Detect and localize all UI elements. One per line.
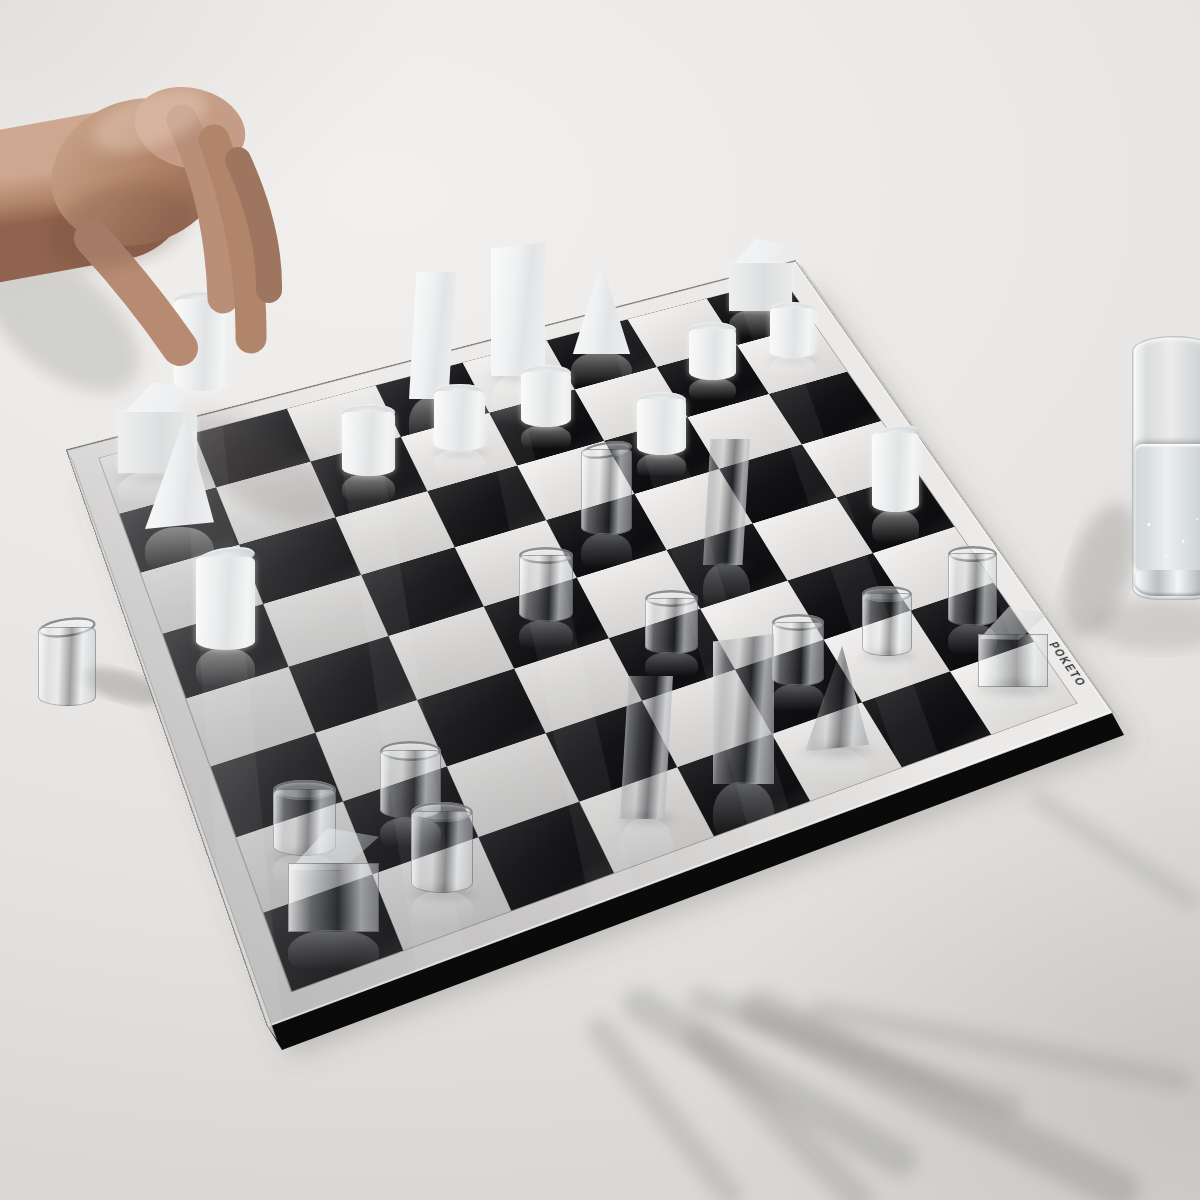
glass-base: [1134, 570, 1200, 596]
piece-white-pawn-c3[interactable]: [637, 392, 686, 455]
water-glass[interactable]: [1132, 336, 1200, 600]
piece-black-knight-c5[interactable]: [703, 439, 750, 565]
piece-body: [689, 329, 736, 380]
piece-black-queen-c8[interactable]: [805, 646, 869, 751]
piece-body: [637, 399, 686, 455]
piece-white-bishop-h4[interactable]: [196, 548, 255, 650]
piece-white-pawn-a2[interactable]: [770, 302, 815, 358]
piece-black-pawn-b7[interactable]: [862, 586, 912, 656]
piece-body: [581, 449, 632, 535]
piece-black-bishop-captured[interactable]: [38, 618, 96, 706]
piece-white-pawn-d2[interactable]: [521, 365, 571, 427]
piece-body: [288, 863, 379, 932]
piece-black-king-d8[interactable]: [713, 634, 774, 784]
piece-body: [872, 433, 919, 512]
piece-white-queen-c1[interactable]: [571, 262, 632, 354]
piece-body: [862, 593, 912, 656]
piece-white-pawn-b2[interactable]: [689, 322, 736, 380]
piece-black-pawn-e5[interactable]: [519, 547, 573, 622]
piece-body: [713, 634, 774, 784]
hand-shape: [0, 75, 269, 348]
piece-black-rook-h8[interactable]: [288, 827, 379, 932]
water: [1135, 444, 1200, 574]
piece-body: [770, 308, 815, 358]
piece-black-pawn-d6[interactable]: [645, 590, 698, 654]
piece-body: [196, 557, 255, 650]
piece-black-bishop-d4[interactable]: [581, 442, 632, 535]
piece-body: [978, 634, 1048, 687]
piece-body: [645, 598, 698, 654]
board-edge-left: [67, 451, 277, 1040]
piece-black-pawn-g8[interactable]: [411, 802, 473, 893]
piece-white-rook-a1[interactable]: [729, 238, 792, 311]
piece-body: [571, 262, 632, 354]
piece-body: [38, 627, 96, 706]
piece-body: [411, 811, 473, 893]
piece-white-bishop-a5[interactable]: [872, 426, 919, 512]
piece-black-rook-a8[interactable]: [978, 606, 1048, 687]
piece-body: [519, 555, 573, 622]
piece-black-knight-e8[interactable]: [620, 676, 673, 819]
piece-body: [805, 646, 869, 751]
hand: [0, 0, 520, 520]
piece-body: [703, 439, 750, 565]
piece-body: [521, 372, 571, 427]
piece-body: [620, 676, 673, 819]
